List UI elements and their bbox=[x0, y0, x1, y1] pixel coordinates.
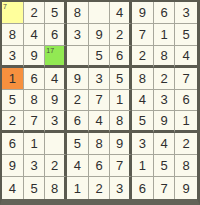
cell-r6c5[interactable]: 4 bbox=[89, 111, 111, 133]
cell-value: 5 bbox=[183, 28, 190, 41]
cell-r3c7[interactable]: 2 bbox=[132, 46, 154, 68]
cell-value: 9 bbox=[95, 28, 102, 41]
cell-value: 5 bbox=[74, 137, 81, 150]
cell-r9c3[interactable]: 8 bbox=[45, 177, 67, 199]
cell-value: 8 bbox=[74, 6, 81, 19]
cell-value: 6 bbox=[95, 159, 102, 172]
cell-value: 4 bbox=[95, 114, 102, 127]
cell-r3c8[interactable]: 8 bbox=[154, 46, 176, 68]
cell-value: 4 bbox=[160, 137, 167, 150]
cell-value: 2 bbox=[51, 159, 58, 172]
cell-r5c1[interactable]: 5 bbox=[2, 90, 24, 112]
cell-value: 2 bbox=[183, 137, 190, 150]
cell-value: 6 bbox=[30, 72, 37, 85]
cell-r1c1[interactable]: 7 bbox=[2, 2, 24, 24]
cell-value: 2 bbox=[116, 28, 123, 41]
cell-r2c6[interactable]: 2 bbox=[110, 24, 132, 46]
cell-r3c1[interactable]: 3 bbox=[2, 46, 24, 68]
cell-value: 8 bbox=[30, 93, 37, 106]
cell-r7c3[interactable] bbox=[45, 133, 67, 155]
cell-r4c5[interactable]: 3 bbox=[89, 68, 111, 90]
cell-r6c7[interactable]: 5 bbox=[132, 111, 154, 133]
cell-r6c3[interactable]: 3 bbox=[45, 111, 67, 133]
cell-r5c8[interactable]: 3 bbox=[154, 90, 176, 112]
cell-value: 1 bbox=[74, 182, 81, 195]
cell-r4c2[interactable]: 6 bbox=[24, 68, 46, 90]
cell-r4c8[interactable]: 2 bbox=[154, 68, 176, 90]
cell-value: 9 bbox=[116, 137, 123, 150]
cell-r2c2[interactable]: 4 bbox=[24, 24, 46, 46]
cell-value: 1 bbox=[160, 28, 167, 41]
cell-value: 7 bbox=[116, 159, 123, 172]
cell-value: 2 bbox=[139, 49, 146, 62]
cell-r5c9[interactable]: 6 bbox=[175, 90, 197, 112]
cell-value: 4 bbox=[51, 72, 58, 85]
cell-r1c4[interactable]: 8 bbox=[67, 2, 89, 24]
cell-value: 1 bbox=[9, 72, 16, 85]
cell-value: 7 bbox=[139, 28, 146, 41]
cell-r1c7[interactable]: 9 bbox=[132, 2, 154, 24]
pencil-marks: 17 bbox=[46, 47, 54, 54]
cell-value: 6 bbox=[51, 28, 58, 41]
cell-value: 9 bbox=[30, 49, 37, 62]
cell-value: 9 bbox=[9, 159, 16, 172]
cell-r7c8[interactable]: 4 bbox=[154, 133, 176, 155]
cell-r2c1[interactable]: 8 bbox=[2, 24, 24, 46]
cell-value: 4 bbox=[74, 159, 81, 172]
cell-r9c9[interactable]: 9 bbox=[175, 177, 197, 199]
cell-r5c6[interactable]: 1 bbox=[110, 90, 132, 112]
cell-r2c8[interactable]: 1 bbox=[154, 24, 176, 46]
cell-r1c5[interactable] bbox=[89, 2, 111, 24]
cell-value: 9 bbox=[160, 114, 167, 127]
cell-r9c5[interactable]: 2 bbox=[89, 177, 111, 199]
cell-r4c9[interactable]: 7 bbox=[175, 68, 197, 90]
cell-r5c5[interactable]: 7 bbox=[89, 90, 111, 112]
cell-value: 6 bbox=[74, 114, 81, 127]
cell-value: 8 bbox=[160, 49, 167, 62]
cell-value: 8 bbox=[139, 72, 146, 85]
cell-value: 3 bbox=[139, 137, 146, 150]
cell-r5c4[interactable]: 2 bbox=[67, 90, 89, 112]
cell-value: 8 bbox=[116, 114, 123, 127]
cell-value: 6 bbox=[9, 137, 16, 150]
cell-value: 8 bbox=[9, 28, 16, 41]
cell-r8c4[interactable]: 4 bbox=[67, 155, 89, 177]
cell-value: 5 bbox=[139, 114, 146, 127]
cell-r2c7[interactable]: 7 bbox=[132, 24, 154, 46]
cell-r9c8[interactable]: 7 bbox=[154, 177, 176, 199]
cell-value: 4 bbox=[139, 93, 146, 106]
cell-value: 7 bbox=[95, 93, 102, 106]
cell-r7c9[interactable]: 2 bbox=[175, 133, 197, 155]
cell-value: 9 bbox=[139, 6, 146, 19]
cell-r2c5[interactable]: 9 bbox=[89, 24, 111, 46]
cell-value: 1 bbox=[183, 114, 190, 127]
cell-value: 6 bbox=[139, 182, 146, 195]
sudoku-board: 7258496384639271539175628416493582758927… bbox=[0, 0, 200, 205]
cell-r9c4[interactable]: 1 bbox=[67, 177, 89, 199]
cell-r4c1[interactable]: 1 bbox=[2, 68, 24, 90]
cell-value: 3 bbox=[95, 72, 102, 85]
cell-r6c8[interactable]: 9 bbox=[154, 111, 176, 133]
cell-r8c5[interactable]: 6 bbox=[89, 155, 111, 177]
cell-r9c2[interactable]: 5 bbox=[24, 177, 46, 199]
cell-r3c4[interactable] bbox=[67, 46, 89, 68]
cell-r7c5[interactable]: 8 bbox=[89, 133, 111, 155]
cell-r6c2[interactable]: 7 bbox=[24, 111, 46, 133]
cell-value: 6 bbox=[116, 49, 123, 62]
cell-r7c1[interactable]: 6 bbox=[2, 133, 24, 155]
cell-r8c6[interactable]: 7 bbox=[110, 155, 132, 177]
cell-r4c6[interactable]: 5 bbox=[110, 68, 132, 90]
cell-r3c2[interactable]: 9 bbox=[24, 46, 46, 68]
cell-r8c2[interactable]: 3 bbox=[24, 155, 46, 177]
cell-r4c3[interactable]: 4 bbox=[45, 68, 67, 90]
cell-r3c3[interactable]: 17 bbox=[45, 46, 67, 68]
cell-value: 9 bbox=[51, 93, 58, 106]
cell-r9c7[interactable]: 6 bbox=[132, 177, 154, 199]
cell-r1c3[interactable]: 5 bbox=[45, 2, 67, 24]
cell-value: 2 bbox=[95, 182, 102, 195]
cell-r7c2[interactable]: 1 bbox=[24, 133, 46, 155]
cell-value: 3 bbox=[74, 28, 81, 41]
cell-r6c4[interactable]: 6 bbox=[67, 111, 89, 133]
cell-value: 7 bbox=[30, 114, 37, 127]
cell-value: 1 bbox=[30, 137, 37, 150]
cell-value: 5 bbox=[51, 6, 58, 19]
cell-value: 5 bbox=[95, 49, 102, 62]
cell-r1c2[interactable]: 2 bbox=[24, 2, 46, 24]
cell-r2c4[interactable]: 3 bbox=[67, 24, 89, 46]
cell-value: 5 bbox=[30, 182, 37, 195]
cell-r8c1[interactable]: 9 bbox=[2, 155, 24, 177]
cell-r5c3[interactable]: 9 bbox=[45, 90, 67, 112]
cell-value: 6 bbox=[160, 6, 167, 19]
cell-value: 9 bbox=[183, 182, 190, 195]
cell-r5c2[interactable]: 8 bbox=[24, 90, 46, 112]
cell-r8c7[interactable]: 1 bbox=[132, 155, 154, 177]
cell-r8c3[interactable]: 2 bbox=[45, 155, 67, 177]
cell-r7c6[interactable]: 9 bbox=[110, 133, 132, 155]
cell-value: 3 bbox=[51, 114, 58, 127]
cell-r2c3[interactable]: 6 bbox=[45, 24, 67, 46]
cell-value: 2 bbox=[160, 72, 167, 85]
cell-r3c9[interactable]: 4 bbox=[175, 46, 197, 68]
cell-r6c9[interactable]: 1 bbox=[175, 111, 197, 133]
pencil-marks: 7 bbox=[3, 3, 7, 10]
cell-r1c6[interactable]: 4 bbox=[110, 2, 132, 24]
cell-value: 9 bbox=[74, 72, 81, 85]
cell-value: 3 bbox=[183, 6, 190, 19]
cell-r8c8[interactable]: 5 bbox=[154, 155, 176, 177]
cell-value: 3 bbox=[9, 49, 16, 62]
cell-value: 4 bbox=[183, 49, 190, 62]
cell-value: 8 bbox=[183, 159, 190, 172]
cell-value: 5 bbox=[160, 159, 167, 172]
cell-value: 7 bbox=[183, 72, 190, 85]
cell-r3c5[interactable]: 5 bbox=[89, 46, 111, 68]
cell-value: 1 bbox=[116, 93, 123, 106]
cell-value: 3 bbox=[116, 182, 123, 195]
cell-value: 1 bbox=[139, 159, 146, 172]
cell-r4c4[interactable]: 9 bbox=[67, 68, 89, 90]
cell-value: 2 bbox=[74, 93, 81, 106]
cell-value: 5 bbox=[116, 72, 123, 85]
cell-r7c7[interactable]: 3 bbox=[132, 133, 154, 155]
cell-value: 4 bbox=[9, 182, 16, 195]
cell-value: 8 bbox=[95, 137, 102, 150]
cell-value: 6 bbox=[183, 93, 190, 106]
cell-r2c9[interactable]: 5 bbox=[175, 24, 197, 46]
cell-value: 4 bbox=[116, 6, 123, 19]
cell-r8c9[interactable]: 8 bbox=[175, 155, 197, 177]
cell-r5c7[interactable]: 4 bbox=[132, 90, 154, 112]
cell-r7c4[interactable]: 5 bbox=[67, 133, 89, 155]
cell-r6c1[interactable]: 2 bbox=[2, 111, 24, 133]
cell-r1c9[interactable]: 3 bbox=[175, 2, 197, 24]
cell-value: 2 bbox=[30, 6, 37, 19]
cell-r1c8[interactable]: 6 bbox=[154, 2, 176, 24]
cell-r9c1[interactable]: 4 bbox=[2, 177, 24, 199]
cell-value: 3 bbox=[160, 93, 167, 106]
cell-value: 4 bbox=[30, 28, 37, 41]
cell-r6c6[interactable]: 8 bbox=[110, 111, 132, 133]
cell-value: 3 bbox=[30, 159, 37, 172]
cell-r9c6[interactable]: 3 bbox=[110, 177, 132, 199]
cell-r3c6[interactable]: 6 bbox=[110, 46, 132, 68]
cell-value: 8 bbox=[51, 182, 58, 195]
cell-value: 5 bbox=[9, 93, 16, 106]
cell-r4c7[interactable]: 8 bbox=[132, 68, 154, 90]
cell-value: 7 bbox=[160, 182, 167, 195]
cell-value: 2 bbox=[9, 114, 16, 127]
